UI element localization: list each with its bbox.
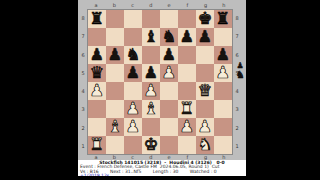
square-h4[interactable] (214, 82, 232, 100)
white-bishop-icon: ♝ (144, 100, 159, 117)
rank-label-3: 3 (234, 100, 240, 118)
rank-label-7: 7 (234, 27, 240, 45)
eval-link[interactable]: +1/2019 12s (78, 174, 246, 176)
square-a8[interactable]: ♜ (88, 10, 106, 28)
square-h2[interactable] (214, 118, 232, 136)
white-rook-icon: ♜ (180, 100, 195, 117)
black-pawn-icon: ♟ (90, 46, 105, 63)
square-b5[interactable] (106, 64, 124, 82)
square-f7[interactable]: ♟ (178, 28, 196, 46)
black-pawn-icon: ♟ (216, 46, 231, 63)
black-bishop-icon: ♝ (144, 28, 159, 45)
square-b1[interactable] (106, 136, 124, 154)
square-b6[interactable]: ♟ (106, 46, 124, 64)
square-e3[interactable] (160, 100, 178, 118)
white-pawn-icon: ♟ (90, 82, 105, 99)
white-queen-icon: ♛ (198, 82, 213, 99)
black-pawn-icon: ♟ (180, 28, 195, 45)
square-e4[interactable] (160, 82, 178, 100)
white-pawn-icon: ♟ (144, 82, 159, 99)
rank-label-8: 8 (80, 9, 86, 27)
white-knight-icon: ♞ (198, 136, 213, 153)
square-c5[interactable]: ♟ (124, 64, 142, 82)
white-pawn-icon: ♟ (216, 64, 231, 81)
video-frame: abcdefgh 87654321 ♜♚♜♝♞♟♟♟♟♞♟♟♛♟♟♟♟♟♟♛♟♝… (0, 0, 320, 180)
square-b4[interactable] (106, 82, 124, 100)
square-g6[interactable] (196, 46, 214, 64)
white-pawn-icon: ♟ (180, 118, 195, 135)
square-g1[interactable]: ♞ (196, 136, 214, 154)
square-d1[interactable]: ♚ (142, 136, 160, 154)
black-pawn-icon: ♟ (108, 46, 123, 63)
white-rook-icon: ♜ (90, 136, 105, 153)
white-pawn-icon: ♟ (126, 118, 141, 135)
square-a4[interactable]: ♟ (88, 82, 106, 100)
captured-black-knight-icon: ♞ (236, 70, 245, 80)
rank-label-2: 2 (80, 119, 86, 137)
square-c8[interactable] (124, 10, 142, 28)
square-e2[interactable] (160, 118, 178, 136)
chess-panel: abcdefgh 87654321 ♜♚♜♝♞♟♟♟♟♞♟♟♛♟♟♟♟♟♟♛♟♝… (78, 0, 246, 176)
square-a3[interactable] (88, 100, 106, 118)
file-label-b: b (105, 3, 123, 8)
square-a1[interactable]: ♜ (88, 136, 106, 154)
rank-label-1: 1 (234, 137, 240, 155)
square-d3[interactable]: ♝ (142, 100, 160, 118)
black-rook-icon: ♜ (216, 10, 231, 27)
rank-labels-left: 87654321 (80, 9, 86, 155)
square-c2[interactable]: ♟ (124, 118, 142, 136)
file-label-g: g (197, 3, 215, 8)
white-bishop-icon: ♝ (108, 118, 123, 135)
rank-label-8: 8 (234, 9, 240, 27)
square-g4[interactable]: ♛ (196, 82, 214, 100)
square-e1[interactable] (160, 136, 178, 154)
file-label-d: d (142, 3, 160, 8)
white-pawn-icon: ♟ (162, 64, 177, 81)
black-pawn-icon: ♟ (198, 28, 213, 45)
file-label-e: e (160, 3, 178, 8)
square-d7[interactable]: ♝ (142, 28, 160, 46)
square-e5[interactable]: ♟ (160, 64, 178, 82)
black-queen-icon: ♛ (90, 64, 105, 81)
black-knight-icon: ♞ (126, 46, 141, 63)
square-h3[interactable] (214, 100, 232, 118)
black-pawn-icon: ♟ (126, 64, 141, 81)
rank-label-4: 4 (234, 82, 240, 100)
black-king-icon: ♚ (198, 10, 213, 27)
white-king-icon: ♚ (144, 136, 159, 153)
rank-label-4: 4 (80, 82, 86, 100)
captured-pieces-tray: ♟♞ (234, 62, 246, 80)
square-h1[interactable] (214, 136, 232, 154)
square-f2[interactable]: ♟ (178, 118, 196, 136)
black-knight-icon: ♞ (162, 28, 177, 45)
chess-board: ♜♚♜♝♞♟♟♟♟♞♟♟♛♟♟♟♟♟♟♛♟♝♜♝♟♟♟♜♚♞ (87, 9, 233, 155)
black-pawn-icon: ♟ (144, 64, 159, 81)
rank-label-3: 3 (80, 100, 86, 118)
file-label-a: a (87, 3, 105, 8)
rank-labels-right: 87654321 (234, 9, 240, 155)
square-b2[interactable]: ♝ (106, 118, 124, 136)
game-caption: Stockfish 141015 (3218) - Houdini 4 (312… (78, 160, 246, 176)
black-rook-icon: ♜ (90, 10, 105, 27)
rank-label-5: 5 (80, 64, 86, 82)
file-label-h: h (215, 3, 233, 8)
square-h5[interactable]: ♟ (214, 64, 232, 82)
square-f1[interactable] (178, 136, 196, 154)
square-f5[interactable] (178, 64, 196, 82)
rank-label-1: 1 (80, 137, 86, 155)
square-g7[interactable]: ♟ (196, 28, 214, 46)
file-label-c: c (124, 3, 142, 8)
square-h8[interactable]: ♜ (214, 10, 232, 28)
white-pawn-icon: ♟ (126, 100, 141, 117)
rank-label-7: 7 (80, 27, 86, 45)
file-label-f: f (178, 3, 196, 8)
white-pawn-icon: ♟ (198, 118, 213, 135)
black-pawn-icon: ♟ (162, 46, 177, 63)
rank-label-2: 2 (234, 119, 240, 137)
square-c1[interactable] (124, 136, 142, 154)
square-f6[interactable] (178, 46, 196, 64)
square-b8[interactable] (106, 10, 124, 28)
file-labels-top: abcdefgh (87, 3, 233, 8)
rank-label-6: 6 (80, 46, 86, 64)
